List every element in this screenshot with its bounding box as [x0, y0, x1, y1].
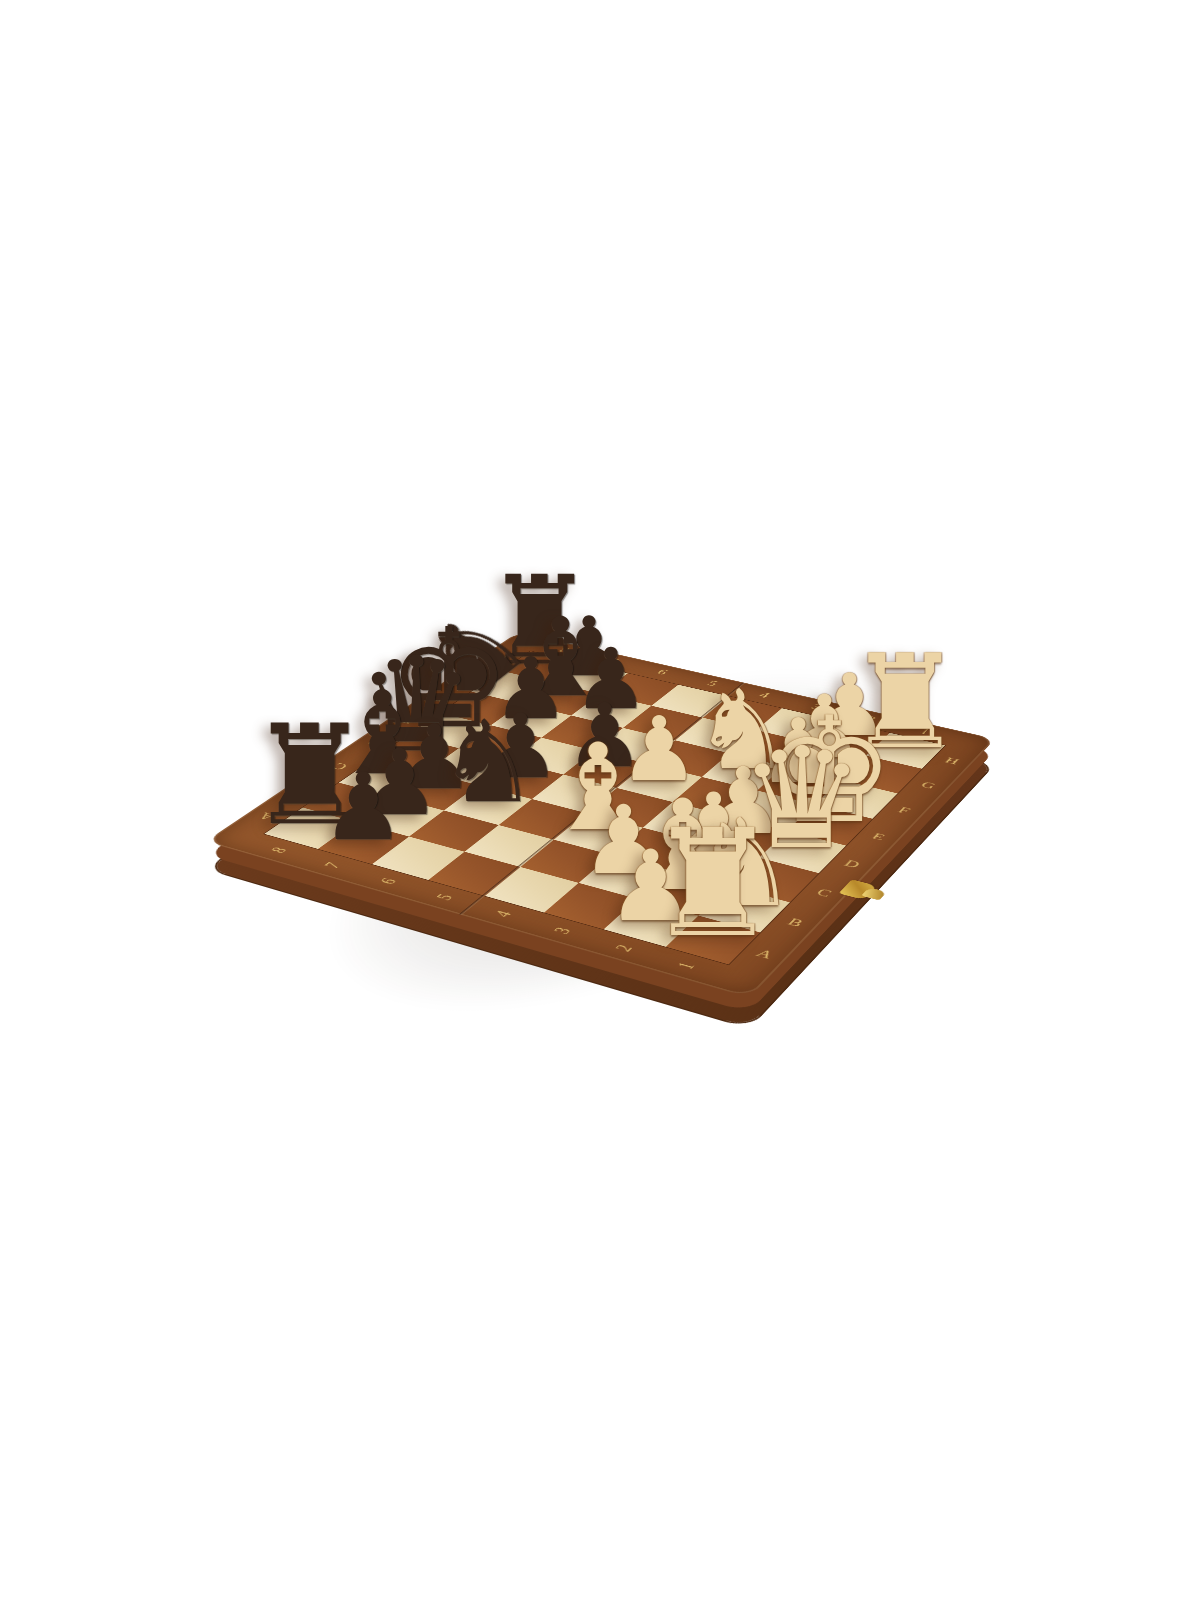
file-label-near-C: C: [813, 887, 834, 900]
rank-label-left-4: 4: [491, 909, 516, 919]
rank-label-left-2: 2: [611, 943, 637, 953]
rank-label-left-3: 3: [550, 926, 575, 936]
file-label-near-F: F: [895, 805, 913, 816]
board-square-a4[interactable]: [485, 867, 578, 912]
file-label-near-G: G: [918, 780, 938, 791]
rank-label-left-5: 5: [433, 892, 458, 902]
rank-label-right-6: 6: [653, 668, 669, 676]
board-square-b5[interactable]: [464, 825, 554, 867]
board-square-a5[interactable]: [428, 852, 520, 896]
black-knight-c6[interactable]: ♞: [437, 706, 538, 819]
white-rook-a1[interactable]: ♜: [646, 810, 779, 958]
black-pawn-a7[interactable]: ♟: [322, 761, 405, 854]
rank-label-left-7: 7: [321, 861, 345, 870]
rank-label-left-6: 6: [376, 876, 400, 885]
